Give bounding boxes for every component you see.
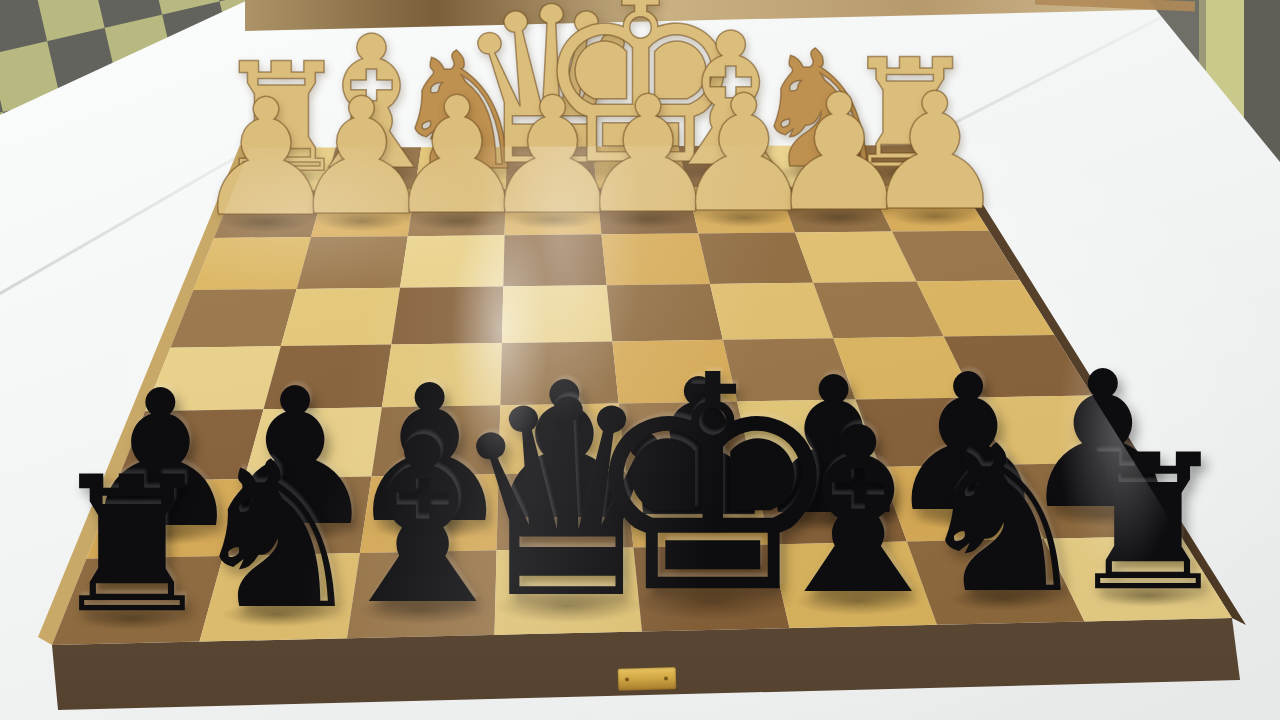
- black-rook-piece: ♜: [1064, 429, 1232, 616]
- chess-board: ♜♝♞♛♚♝♞♜♟♟♟♟♟♟♟♟♟♟♟♟♟♟♟♟♜♞♝♛♚♝♞♜: [0, 0, 1280, 720]
- white-pawn-piece: ♟: [862, 73, 1007, 234]
- brass-hinge: [618, 667, 677, 691]
- hinge-pin: [625, 677, 629, 681]
- hinge-pin: [664, 676, 668, 680]
